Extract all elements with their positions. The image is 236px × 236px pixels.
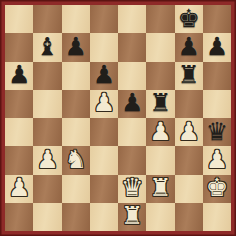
square-a3[interactable] (5, 146, 33, 174)
square-d1[interactable] (90, 203, 118, 231)
square-b7[interactable]: ♝ (33, 33, 61, 61)
square-f6[interactable] (146, 62, 174, 90)
square-h8[interactable] (203, 5, 231, 33)
square-e5[interactable]: ♟ (118, 90, 146, 118)
square-b8[interactable] (33, 5, 61, 33)
square-b1[interactable] (33, 203, 61, 231)
square-d8[interactable] (90, 5, 118, 33)
square-d2[interactable] (90, 175, 118, 203)
square-e4[interactable] (118, 118, 146, 146)
square-b5[interactable] (33, 90, 61, 118)
square-g1[interactable] (175, 203, 203, 231)
square-a7[interactable] (5, 33, 33, 61)
piece-black-king[interactable]: ♚ (177, 6, 199, 31)
piece-white-pawn[interactable]: ♟ (8, 175, 30, 200)
square-e6[interactable] (118, 62, 146, 90)
piece-white-rook[interactable]: ♜ (121, 203, 143, 228)
square-c7[interactable]: ♟ (62, 33, 90, 61)
square-c8[interactable] (62, 5, 90, 33)
square-g4[interactable]: ♟ (175, 118, 203, 146)
piece-white-knight[interactable]: ♞ (64, 147, 86, 172)
square-e3[interactable] (118, 146, 146, 174)
piece-white-pawn[interactable]: ♟ (206, 147, 228, 172)
piece-black-rook[interactable]: ♜ (149, 90, 171, 115)
square-a8[interactable] (5, 5, 33, 33)
square-e1[interactable]: ♜ (118, 203, 146, 231)
square-a2[interactable]: ♟ (5, 175, 33, 203)
square-a6[interactable]: ♟ (5, 62, 33, 90)
square-g2[interactable] (175, 175, 203, 203)
square-f7[interactable] (146, 33, 174, 61)
square-f8[interactable] (146, 5, 174, 33)
square-h6[interactable] (203, 62, 231, 90)
square-h3[interactable]: ♟ (203, 146, 231, 174)
square-b6[interactable] (33, 62, 61, 90)
square-h2[interactable]: ♚ (203, 175, 231, 203)
square-d7[interactable] (90, 33, 118, 61)
chess-board-frame: ♚♝♟♟♟♟♟♜♟♟♜♟♟♛♟♞♟♟♛♜♚♜ (0, 0, 236, 236)
chess-board: ♚♝♟♟♟♟♟♜♟♟♜♟♟♛♟♞♟♟♛♜♚♜ (5, 5, 231, 231)
square-c4[interactable] (62, 118, 90, 146)
square-b2[interactable] (33, 175, 61, 203)
square-g3[interactable] (175, 146, 203, 174)
square-c3[interactable]: ♞ (62, 146, 90, 174)
square-d5[interactable]: ♟ (90, 90, 118, 118)
piece-white-queen[interactable]: ♛ (121, 175, 143, 200)
square-f1[interactable] (146, 203, 174, 231)
square-e2[interactable]: ♛ (118, 175, 146, 203)
piece-white-pawn[interactable]: ♟ (149, 119, 171, 144)
piece-black-pawn[interactable]: ♟ (64, 34, 86, 59)
square-c1[interactable] (62, 203, 90, 231)
square-a4[interactable] (5, 118, 33, 146)
square-h1[interactable] (203, 203, 231, 231)
square-g5[interactable] (175, 90, 203, 118)
square-h4[interactable]: ♛ (203, 118, 231, 146)
piece-black-pawn[interactable]: ♟ (8, 62, 30, 87)
square-d6[interactable]: ♟ (90, 62, 118, 90)
square-b3[interactable]: ♟ (33, 146, 61, 174)
piece-black-bishop[interactable]: ♝ (36, 34, 58, 59)
square-c2[interactable] (62, 175, 90, 203)
piece-white-pawn[interactable]: ♟ (93, 90, 115, 115)
piece-white-pawn[interactable]: ♟ (36, 147, 58, 172)
square-f4[interactable]: ♟ (146, 118, 174, 146)
square-g6[interactable]: ♜ (175, 62, 203, 90)
square-e8[interactable] (118, 5, 146, 33)
square-a1[interactable] (5, 203, 33, 231)
piece-white-king[interactable]: ♚ (206, 175, 228, 200)
piece-black-pawn[interactable]: ♟ (93, 62, 115, 87)
square-f3[interactable] (146, 146, 174, 174)
square-b4[interactable] (33, 118, 61, 146)
square-c5[interactable] (62, 90, 90, 118)
square-d4[interactable] (90, 118, 118, 146)
square-a5[interactable] (5, 90, 33, 118)
square-e7[interactable] (118, 33, 146, 61)
square-d3[interactable] (90, 146, 118, 174)
piece-black-queen[interactable]: ♛ (206, 119, 228, 144)
square-c6[interactable] (62, 62, 90, 90)
piece-black-pawn[interactable]: ♟ (121, 90, 143, 115)
square-f2[interactable]: ♜ (146, 175, 174, 203)
piece-black-pawn[interactable]: ♟ (206, 34, 228, 59)
piece-white-pawn[interactable]: ♟ (177, 119, 199, 144)
square-h5[interactable] (203, 90, 231, 118)
square-g8[interactable]: ♚ (175, 5, 203, 33)
piece-white-rook[interactable]: ♜ (149, 175, 171, 200)
square-h7[interactable]: ♟ (203, 33, 231, 61)
piece-black-pawn[interactable]: ♟ (177, 34, 199, 59)
piece-black-rook[interactable]: ♜ (177, 62, 199, 87)
square-f5[interactable]: ♜ (146, 90, 174, 118)
square-g7[interactable]: ♟ (175, 33, 203, 61)
